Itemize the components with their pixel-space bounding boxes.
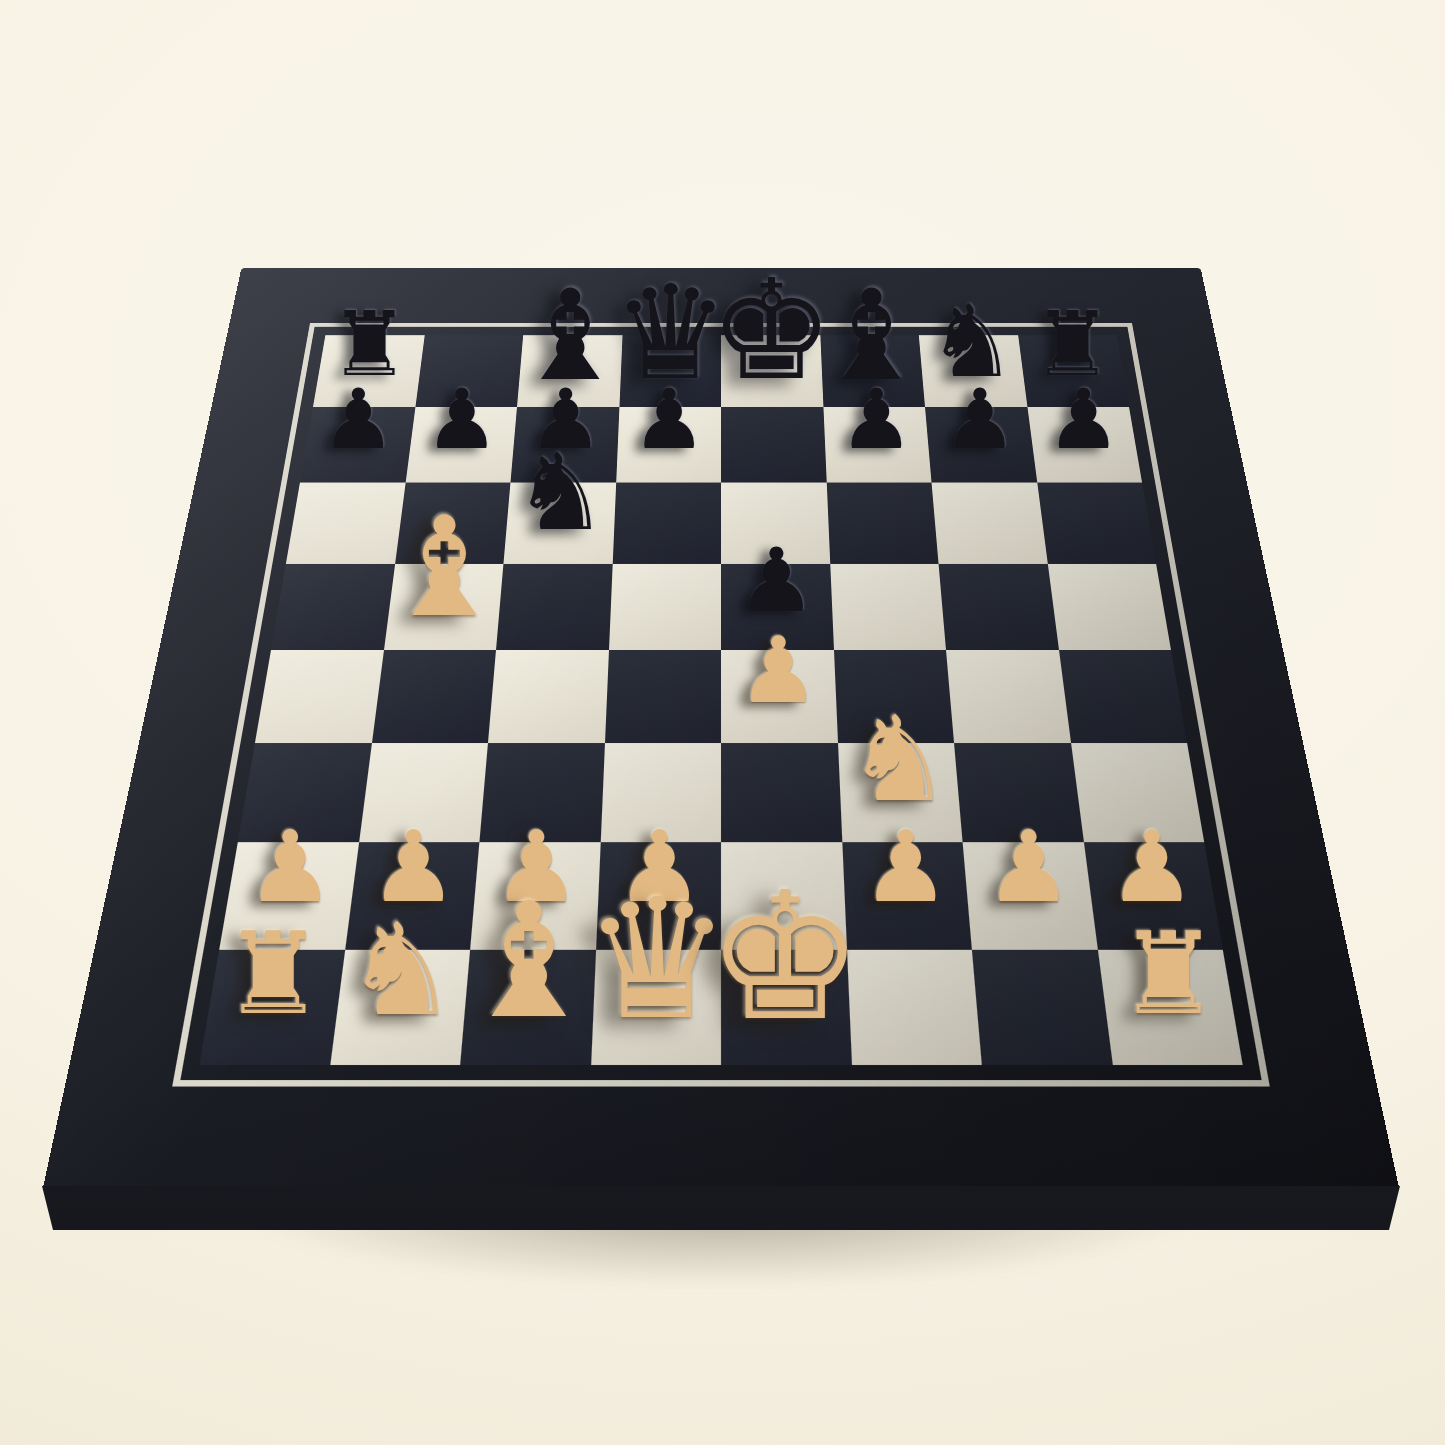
square-h3 (1071, 743, 1205, 843)
square-f1 (846, 949, 981, 1065)
square-d2 (596, 842, 721, 949)
square-h5 (1047, 563, 1171, 650)
square-h1 (1097, 949, 1242, 1065)
square-g4 (946, 650, 1071, 743)
square-f7 (823, 407, 932, 483)
square-d8 (619, 335, 721, 406)
square-f2 (842, 842, 972, 949)
square-e3 (721, 743, 842, 843)
square-c4 (488, 650, 609, 743)
square-g5 (939, 563, 1059, 650)
square-a3 (238, 743, 372, 843)
square-d5 (609, 563, 722, 650)
square-c5 (496, 563, 612, 650)
square-g7 (925, 407, 1037, 483)
square-b5 (384, 563, 504, 650)
square-h8 (1018, 335, 1129, 406)
square-c8 (517, 335, 622, 406)
square-b8 (415, 335, 523, 406)
square-g8 (919, 335, 1027, 406)
square-h2 (1083, 842, 1222, 949)
square-g6 (932, 483, 1048, 564)
square-c7 (510, 407, 619, 483)
square-c6 (503, 483, 615, 564)
square-d6 (612, 483, 721, 564)
square-h4 (1059, 650, 1188, 743)
board-playing-area (199, 335, 1242, 1065)
square-f4 (834, 650, 955, 743)
square-e8 (721, 335, 823, 406)
square-a6 (286, 483, 405, 564)
square-f5 (830, 563, 946, 650)
square-b1 (330, 949, 470, 1065)
square-g1 (972, 949, 1112, 1065)
square-f3 (838, 743, 963, 843)
square-c3 (479, 743, 604, 843)
square-g2 (963, 842, 1098, 949)
square-a8 (313, 335, 424, 406)
square-f6 (826, 483, 938, 564)
square-e6 (721, 483, 830, 564)
square-d1 (591, 949, 721, 1065)
square-d4 (604, 650, 721, 743)
chess-board-perspective (159, 88, 1283, 1212)
square-e2 (721, 842, 846, 949)
square-b7 (405, 407, 517, 483)
square-c1 (460, 949, 595, 1065)
chess-board (43, 268, 1400, 1189)
square-d7 (616, 407, 721, 483)
square-e4 (721, 650, 838, 743)
square-f8 (820, 335, 925, 406)
square-h6 (1037, 483, 1156, 564)
square-a2 (219, 842, 358, 949)
square-a1 (199, 949, 344, 1065)
square-h7 (1027, 407, 1142, 483)
photo-backdrop: ♜♝♛♚♝♞♜♟♟♟♟♟♟♟♞♟♝♟♞♟♟♟♟♟♟♟♜♞♝♛♚♜ (0, 0, 1445, 1445)
square-c2 (470, 842, 600, 949)
square-b2 (345, 842, 480, 949)
square-d3 (600, 743, 721, 843)
square-a5 (271, 563, 395, 650)
square-e7 (721, 407, 826, 483)
board-grid (199, 335, 1242, 1065)
square-e1 (721, 949, 851, 1065)
square-g3 (954, 743, 1083, 843)
square-b4 (371, 650, 496, 743)
square-b3 (359, 743, 488, 843)
square-a4 (255, 650, 384, 743)
square-e5 (721, 563, 834, 650)
square-a7 (300, 407, 415, 483)
square-b6 (395, 483, 511, 564)
